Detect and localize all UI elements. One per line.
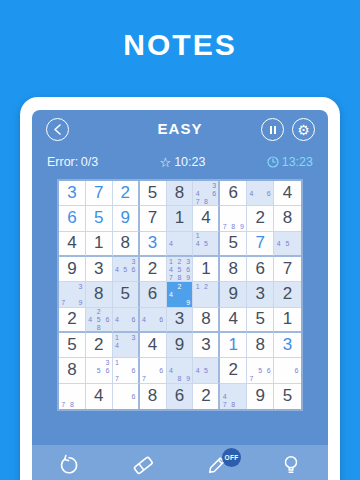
settings-button[interactable]: ⚙ — [292, 118, 315, 141]
cell-r5c6[interactable]: 12 — [193, 282, 220, 307]
pencil-notes: 46 — [247, 181, 273, 205]
cell-r9c8[interactable]: 9 — [247, 384, 274, 409]
cell-r2c6[interactable]: 4 — [193, 206, 220, 231]
eraser-icon — [131, 454, 155, 476]
cell-r6c4[interactable]: 46 — [140, 308, 167, 333]
cell-r5c1[interactable]: 379 — [59, 282, 86, 307]
cell-r4c1[interactable]: 9 — [59, 257, 86, 282]
cell-r4c2[interactable]: 3 — [86, 257, 113, 282]
cell-r3c8[interactable]: 7 — [247, 232, 274, 257]
cell-r1c2[interactable]: 7 — [86, 181, 113, 206]
nav-bar: EASY ⚙ — [32, 110, 328, 148]
cell-r5c4[interactable]: 6 — [140, 282, 167, 307]
cell-r9c1[interactable]: 78 — [59, 384, 86, 409]
cell-r7c5[interactable]: 9 — [167, 333, 194, 358]
cell-r4c5[interactable]: 123456789 — [167, 257, 194, 282]
pencil-notes: 12 — [193, 282, 218, 306]
cell-r1c1[interactable]: 3 — [59, 181, 86, 206]
cell-r5c9[interactable]: 2 — [274, 282, 301, 307]
cell-r9c3[interactable]: 6 — [113, 384, 140, 409]
cell-r1c8[interactable]: 46 — [247, 181, 274, 206]
cell-r1c6[interactable]: 34678 — [193, 181, 220, 206]
pencil-notes: 789 — [220, 206, 246, 230]
cell-r7c8[interactable]: 8 — [247, 333, 274, 358]
cell-r6c8[interactable]: 5 — [247, 308, 274, 333]
cell-r1c7[interactable]: 6 — [220, 181, 247, 206]
undo-icon — [58, 454, 80, 476]
cell-r3c3[interactable]: 8 — [113, 232, 140, 257]
cell-r8c2[interactable]: 356 — [86, 358, 113, 383]
pencil-notes: 78 — [59, 384, 85, 409]
cell-r9c9[interactable]: 5 — [274, 384, 301, 409]
pencil-icon: OFF — [206, 454, 228, 476]
best-time: ☆ 10:23 — [159, 155, 205, 170]
cell-r1c4[interactable]: 5 — [140, 181, 167, 206]
pencil-notes: 167 — [113, 358, 138, 382]
cell-r6c2[interactable]: 24568 — [86, 308, 113, 333]
cell-r8c6[interactable]: 45 — [193, 358, 220, 383]
pencil-notes: 46 — [140, 308, 166, 331]
cell-r6c6[interactable]: 8 — [193, 308, 220, 333]
cell-r6c9[interactable]: 1 — [274, 308, 301, 333]
pencil-notes: 34678 — [193, 181, 218, 205]
pencil-notes: 24568 — [86, 308, 112, 331]
cell-r5c8[interactable]: 3 — [247, 282, 274, 307]
cell-r4c4[interactable]: 2 — [140, 257, 167, 282]
cell-r8c5[interactable]: 489 — [167, 358, 194, 383]
cell-r8c7[interactable]: 2 — [220, 358, 247, 383]
hint-bulb-icon — [280, 454, 302, 476]
cell-r3c7[interactable]: 5 — [220, 232, 247, 257]
undo-button[interactable]: Undo — [32, 445, 106, 480]
cell-r8c4[interactable]: 67 — [140, 358, 167, 383]
cell-r4c3[interactable]: 3456 — [113, 257, 140, 282]
cell-r4c7[interactable]: 8 — [220, 257, 247, 282]
pencil-notes: 134 — [113, 333, 138, 357]
pencil-notes: 4 — [167, 232, 193, 255]
cell-r8c8[interactable]: 567 — [247, 358, 274, 383]
cell-r8c3[interactable]: 167 — [113, 358, 140, 383]
bottom-toolbar: Undo Erase OFF Pencil Hint — [32, 445, 328, 480]
cell-r5c7[interactable]: 9 — [220, 282, 247, 307]
cell-r9c4[interactable]: 8 — [140, 384, 167, 409]
pencil-notes: 67 — [140, 358, 166, 382]
cell-r7c1[interactable]: 5 — [59, 333, 86, 358]
cell-r4c6[interactable]: 1 — [193, 257, 220, 282]
cell-r7c4[interactable]: 4 — [140, 333, 167, 358]
pause-icon — [269, 125, 277, 135]
cell-r2c8[interactable]: 2 — [247, 206, 274, 231]
pencil-notes: 3456 — [113, 257, 138, 281]
cell-r1c9[interactable]: 4 — [274, 181, 301, 206]
cell-r7c7[interactable]: 1 — [220, 333, 247, 358]
cell-r7c2[interactable]: 2 — [86, 333, 113, 358]
cell-r2c4[interactable]: 7 — [140, 206, 167, 231]
gear-icon: ⚙ — [297, 123, 310, 137]
elapsed-time: 13:23 — [267, 155, 313, 169]
cell-r9c6[interactable]: 2 — [193, 384, 220, 409]
cell-r5c2[interactable]: 8 — [86, 282, 113, 307]
pencil-off-badge: OFF — [222, 448, 241, 467]
cell-r2c5[interactable]: 1 — [167, 206, 194, 231]
page-title: NOTES — [0, 0, 360, 97]
pencil-notes: 123456789 — [167, 257, 193, 281]
pencil-notes: 489 — [167, 358, 193, 382]
pencil-notes: 478 — [220, 384, 246, 409]
cell-r5c3[interactable]: 5 — [113, 282, 140, 307]
clock-icon — [267, 156, 279, 168]
pencil-notes: 356 — [86, 358, 112, 382]
cell-r6c1[interactable]: 2 — [59, 308, 86, 333]
cell-r2c2[interactable]: 5 — [86, 206, 113, 231]
cell-r1c3[interactable]: 2 — [113, 181, 140, 206]
pencil-notes: 6 — [113, 384, 138, 409]
hint-button[interactable]: Hint — [254, 445, 328, 480]
cell-r8c9[interactable]: 6 — [274, 358, 301, 383]
cell-r6c7[interactable]: 4 — [220, 308, 247, 333]
status-bar: Error: 0/3 ☆ 10:23 13:23 — [32, 148, 328, 176]
pencil-notes: 379 — [59, 282, 85, 306]
cell-r6c3[interactable]: 46 — [113, 308, 140, 333]
cell-r3c2[interactable]: 1 — [86, 232, 113, 257]
erase-button[interactable]: Erase — [106, 445, 180, 480]
cell-r6c5[interactable]: 3 — [167, 308, 194, 333]
cell-r3c5[interactable]: 4 — [167, 232, 194, 257]
cell-r3c1[interactable]: 4 — [59, 232, 86, 257]
cell-r1c5[interactable]: 8 — [167, 181, 194, 206]
cell-r7c9[interactable]: 3 — [274, 333, 301, 358]
cell-r4c9[interactable]: 7 — [274, 257, 301, 282]
error-counter: Error: 0/3 — [47, 155, 98, 169]
app-screen: EASY ⚙ Error: 0/3 ☆ 10:23 — [32, 110, 328, 480]
pencil-button[interactable]: OFF Pencil — [180, 445, 254, 480]
cell-r2c9[interactable]: 8 — [274, 206, 301, 231]
cell-r5c5[interactable]: 249 — [167, 282, 194, 307]
cell-r9c2[interactable]: 4 — [86, 384, 113, 409]
cell-r3c9[interactable]: 45 — [274, 232, 301, 257]
cell-r3c6[interactable]: 145 — [193, 232, 220, 257]
pause-button[interactable] — [261, 118, 284, 141]
cell-r7c6[interactable]: 3 — [193, 333, 220, 358]
pencil-notes: 6 — [274, 358, 301, 382]
pencil-notes: 45 — [274, 232, 301, 255]
cell-r2c3[interactable]: 9 — [113, 206, 140, 231]
pencil-notes: 249 — [167, 282, 193, 306]
cell-r2c7[interactable]: 789 — [220, 206, 247, 231]
pencil-notes: 145 — [193, 232, 218, 255]
cell-r9c7[interactable]: 478 — [220, 384, 247, 409]
pencil-notes: 45 — [193, 358, 218, 382]
sudoku-board: 3725834678646465971478928418341455745933… — [57, 179, 303, 411]
device-frame: EASY ⚙ Error: 0/3 ☆ 10:23 — [20, 97, 340, 480]
cell-r4c8[interactable]: 6 — [247, 257, 274, 282]
pencil-notes: 46 — [113, 308, 138, 331]
cell-r8c1[interactable]: 8 — [59, 358, 86, 383]
cell-r3c4[interactable]: 3 — [140, 232, 167, 257]
cell-r2c1[interactable]: 6 — [59, 206, 86, 231]
star-icon: ☆ — [159, 155, 171, 170]
pencil-notes: 567 — [247, 358, 273, 382]
cell-r9c5[interactable]: 6 — [167, 384, 194, 409]
cell-r7c3[interactable]: 134 — [113, 333, 140, 358]
